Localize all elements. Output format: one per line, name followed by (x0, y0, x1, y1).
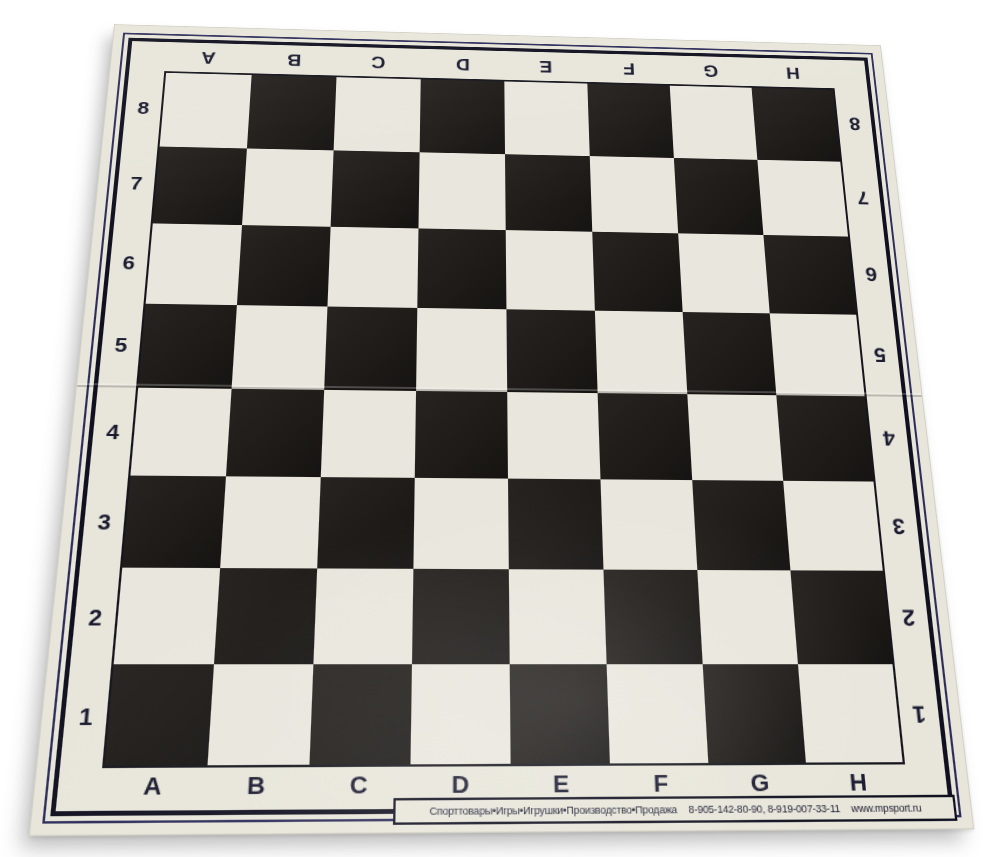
file-label-top-c: C (336, 48, 421, 77)
square-e2[interactable] (509, 569, 607, 664)
square-d8[interactable] (420, 79, 505, 154)
file-label-top-b: B (250, 46, 336, 76)
file-label-bottom-f: F (611, 765, 712, 799)
footer-categories: Спорттовары•Игры•Игрушки•Производство•Пр… (429, 804, 677, 818)
square-f5[interactable] (595, 311, 687, 395)
square-h8[interactable] (752, 88, 841, 162)
square-h1[interactable] (798, 664, 903, 762)
footer-strip: Спорттовары•Игры•Игрушки•Производство•Пр… (393, 795, 958, 825)
file-label-bottom-c: C (307, 767, 410, 801)
square-f4[interactable] (598, 393, 693, 480)
square-a8[interactable] (160, 73, 252, 149)
square-f3[interactable] (600, 479, 697, 570)
square-c6[interactable] (327, 227, 418, 308)
file-label-bottom-g: G (710, 765, 811, 799)
square-a4[interactable] (130, 388, 231, 477)
square-e3[interactable] (508, 479, 603, 570)
square-e5[interactable] (506, 309, 597, 393)
file-label-top-a: A (164, 44, 252, 74)
square-h7[interactable] (757, 160, 848, 237)
square-d1[interactable] (410, 664, 510, 764)
square-b5[interactable] (232, 305, 328, 390)
square-c4[interactable] (321, 390, 416, 478)
square-f6[interactable] (592, 232, 682, 312)
file-label-top-d: D (420, 50, 504, 79)
square-e4[interactable] (507, 392, 600, 479)
file-label-bottom-d: D (409, 766, 511, 800)
square-g8[interactable] (670, 86, 758, 160)
square-a3[interactable] (122, 476, 226, 568)
square-b8[interactable] (247, 75, 337, 150)
square-c8[interactable] (334, 77, 421, 152)
square-d3[interactable] (413, 478, 508, 569)
square-e7[interactable] (505, 154, 592, 232)
square-g1[interactable] (703, 664, 806, 763)
square-h3[interactable] (783, 481, 883, 571)
square-c1[interactable] (309, 664, 412, 765)
square-e1[interactable] (510, 664, 610, 764)
square-b2[interactable] (214, 568, 317, 664)
square-h6[interactable] (763, 235, 856, 315)
file-label-top-f: F (587, 55, 671, 84)
square-b6[interactable] (237, 225, 331, 306)
square-b1[interactable] (208, 664, 314, 765)
square-b3[interactable] (220, 476, 321, 568)
square-d4[interactable] (415, 391, 508, 479)
square-f7[interactable] (590, 156, 678, 233)
square-e6[interactable] (506, 230, 595, 311)
file-label-bottom-b: B (203, 767, 308, 801)
square-a2[interactable] (114, 568, 220, 665)
file-label-bottom-a: A (99, 768, 206, 803)
square-c3[interactable] (317, 477, 415, 569)
square-h4[interactable] (776, 395, 873, 481)
square-a7[interactable] (153, 147, 247, 226)
square-d6[interactable] (417, 228, 506, 309)
square-h2[interactable] (790, 570, 892, 664)
square-a5[interactable] (138, 304, 237, 389)
square-c2[interactable] (313, 568, 413, 664)
square-c5[interactable] (324, 307, 417, 391)
chess-board-card: ABCDEFGH 87654321 87654321 ABCDEFGH Спор… (30, 25, 973, 835)
file-label-top-h: H (751, 59, 835, 88)
square-f1[interactable] (607, 664, 709, 763)
chess-board (102, 71, 905, 768)
footer-website: www.mpsport.ru (851, 802, 922, 814)
square-g5[interactable] (683, 312, 777, 395)
square-e8[interactable] (504, 81, 589, 156)
file-label-bottom-e: E (511, 766, 612, 800)
square-g4[interactable] (687, 394, 783, 481)
square-g7[interactable] (674, 158, 764, 235)
file-label-bottom-h: H (808, 764, 909, 798)
square-b4[interactable] (226, 389, 324, 477)
photo-background: ABCDEFGH 87654321 87654321 ABCDEFGH Спор… (0, 0, 1000, 857)
square-h5[interactable] (770, 313, 865, 396)
square-f2[interactable] (603, 570, 702, 665)
square-c7[interactable] (331, 150, 420, 228)
square-d2[interactable] (412, 569, 510, 664)
square-a1[interactable] (105, 664, 214, 765)
square-a6[interactable] (146, 223, 242, 305)
square-b7[interactable] (242, 148, 334, 226)
square-g3[interactable] (692, 480, 790, 570)
footer-phones: 8-905-142-80-90, 8-919-007-33-11 (688, 803, 840, 816)
square-g2[interactable] (697, 570, 798, 664)
file-label-top-g: G (669, 57, 753, 86)
file-label-top-e: E (504, 53, 588, 82)
square-f8[interactable] (587, 84, 674, 158)
square-d7[interactable] (418, 152, 505, 230)
square-d5[interactable] (416, 308, 507, 392)
square-g6[interactable] (678, 233, 770, 313)
